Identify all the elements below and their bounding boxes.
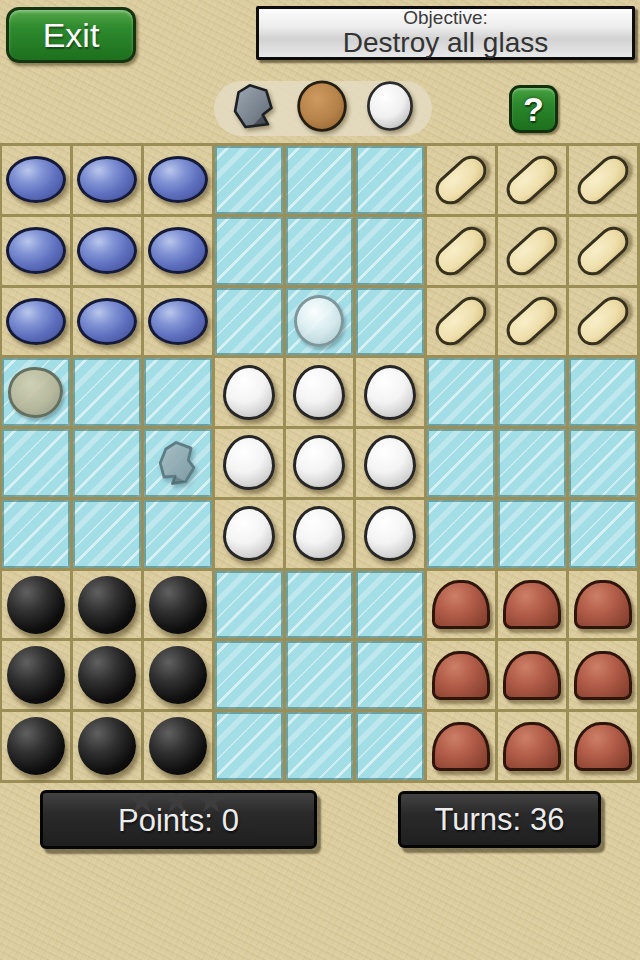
tan-bean-piece: [571, 149, 634, 210]
board-cell-r5c6[interactable]: [356, 429, 427, 500]
turns-label: Turns:: [434, 802, 521, 838]
white-egg-piece: [223, 435, 275, 490]
points-panel: ★★★ Points: 0: [40, 790, 317, 849]
board-cell-r6c2[interactable]: [73, 500, 144, 571]
tan-bean-piece: [501, 220, 564, 281]
objective-label: Objective:: [403, 8, 487, 28]
board-cell-r9c7[interactable]: [427, 712, 498, 783]
board-cell-r8c1[interactable]: [2, 641, 73, 712]
black-sphere-piece: [78, 646, 136, 704]
board-cell-r2c6[interactable]: [356, 217, 427, 288]
tray-white-egg-icon[interactable]: [363, 80, 417, 138]
glass-ball-piece: [294, 295, 344, 347]
board-cell-r5c1[interactable]: [2, 429, 73, 500]
board-cell-r7c2[interactable]: [73, 571, 144, 642]
board-cell-r8c7[interactable]: [427, 641, 498, 712]
board-cell-r1c4[interactable]: [215, 146, 286, 217]
tan-bean-piece: [430, 220, 493, 281]
board-cell-r2c8[interactable]: [498, 217, 569, 288]
board-cell-r2c5[interactable]: [286, 217, 357, 288]
white-egg-piece: [293, 435, 345, 490]
red-gumdrop-piece: [574, 651, 632, 700]
board-cell-r6c1[interactable]: [2, 500, 73, 571]
tan-bean-piece: [430, 149, 493, 210]
board-cell-r3c7[interactable]: [427, 288, 498, 359]
board-cell-r5c7[interactable]: [427, 429, 498, 500]
board-cell-r1c3[interactable]: [144, 146, 215, 217]
board-cell-r3c3[interactable]: [144, 288, 215, 359]
blue-oval-piece: [148, 298, 208, 345]
game-screen: { "game": "stone-and-glass tile matching…: [0, 0, 640, 960]
board-cell-r7c7[interactable]: [427, 571, 498, 642]
tan-bean-piece: [571, 220, 634, 281]
white-egg-piece: [364, 365, 416, 420]
board-cell-r2c9[interactable]: [569, 217, 640, 288]
white-egg-piece: [364, 506, 416, 561]
board-cell-r2c3[interactable]: [144, 217, 215, 288]
board-cell-r1c1[interactable]: [2, 146, 73, 217]
board-cell-r2c2[interactable]: [73, 217, 144, 288]
board-cell-r5c2[interactable]: [73, 429, 144, 500]
blue-oval-piece: [6, 227, 66, 274]
board-cell-r7c6[interactable]: [356, 571, 427, 642]
board-cell-r7c4[interactable]: [215, 571, 286, 642]
white-egg-piece: [364, 435, 416, 490]
black-sphere-piece: [149, 576, 207, 634]
board-cell-r8c8[interactable]: [498, 641, 569, 712]
gray-rock-piece: [150, 435, 206, 491]
board-cell-r9c5[interactable]: [286, 712, 357, 783]
board-cell-r9c9[interactable]: [569, 712, 640, 783]
board-cell-r4c2[interactable]: [73, 358, 144, 429]
board-cell-r7c1[interactable]: [2, 571, 73, 642]
objective-panel: Objective: Destroy all glass: [256, 6, 635, 60]
board: [0, 143, 640, 783]
board-cell-r9c2[interactable]: [73, 712, 144, 783]
tray-gray-rock-icon[interactable]: [229, 81, 281, 137]
board-cell-r9c6[interactable]: [356, 712, 427, 783]
board-cell-r6c6[interactable]: [356, 500, 427, 571]
board-cell-r6c9[interactable]: [569, 500, 640, 571]
board-cell-r9c3[interactable]: [144, 712, 215, 783]
turns-panel: Turns: 36: [398, 791, 601, 848]
tan-bean-piece: [430, 291, 493, 352]
tan-bean-piece: [501, 149, 564, 210]
board-cell-r8c5[interactable]: [286, 641, 357, 712]
board-cell-r5c3[interactable]: [144, 429, 215, 500]
board-cell-r9c4[interactable]: [215, 712, 286, 783]
board-cell-r7c8[interactable]: [498, 571, 569, 642]
board-cell-r3c9[interactable]: [569, 288, 640, 359]
board-cell-r5c8[interactable]: [498, 429, 569, 500]
red-gumdrop-piece: [432, 580, 490, 629]
red-gumdrop-piece: [574, 580, 632, 629]
white-egg-piece: [223, 365, 275, 420]
white-egg-piece: [293, 365, 345, 420]
board-cell-r8c9[interactable]: [569, 641, 640, 712]
board-cell-r3c1[interactable]: [2, 288, 73, 359]
board-cell-r4c7[interactable]: [427, 358, 498, 429]
black-sphere-piece: [149, 717, 207, 775]
blue-oval-piece: [77, 298, 137, 345]
board-cell-r6c8[interactable]: [498, 500, 569, 571]
board-cell-r5c5[interactable]: [286, 429, 357, 500]
help-button-label: ?: [523, 90, 544, 129]
red-gumdrop-piece: [503, 651, 561, 700]
blue-oval-piece: [77, 156, 137, 203]
exit-button[interactable]: Exit: [6, 7, 136, 63]
blue-oval-piece: [148, 156, 208, 203]
tray-brown-stone-icon[interactable]: [294, 79, 350, 139]
board-cell-r1c6[interactable]: [356, 146, 427, 217]
tan-bean-piece: [571, 291, 634, 352]
board-cell-r6c3[interactable]: [144, 500, 215, 571]
red-gumdrop-piece: [432, 722, 490, 771]
board-cell-r1c8[interactable]: [498, 146, 569, 217]
board-cell-r8c2[interactable]: [73, 641, 144, 712]
board-cell-r3c6[interactable]: [356, 288, 427, 359]
board-cell-r2c7[interactable]: [427, 217, 498, 288]
board-cell-r6c7[interactable]: [427, 500, 498, 571]
black-sphere-piece: [78, 717, 136, 775]
black-sphere-piece: [7, 717, 65, 775]
board-cell-r1c7[interactable]: [427, 146, 498, 217]
board-cell-r3c8[interactable]: [498, 288, 569, 359]
khaki-pebble-piece: [8, 367, 63, 418]
board-cell-r3c5[interactable]: [286, 288, 357, 359]
turns-value: 36: [530, 802, 564, 838]
help-button[interactable]: ?: [509, 85, 558, 133]
board-cell-r2c4[interactable]: [215, 217, 286, 288]
piece-tray: [214, 81, 432, 136]
tan-bean-piece: [501, 291, 564, 352]
board-cell-r8c4[interactable]: [215, 641, 286, 712]
black-sphere-piece: [149, 646, 207, 704]
board-cell-r2c1[interactable]: [2, 217, 73, 288]
board-cell-r6c4[interactable]: [215, 500, 286, 571]
black-sphere-piece: [7, 646, 65, 704]
stars-rating: ★★★: [43, 790, 314, 817]
board-cell-r9c1[interactable]: [2, 712, 73, 783]
board-cell-r4c5[interactable]: [286, 358, 357, 429]
red-gumdrop-piece: [503, 580, 561, 629]
board-cell-r6c5[interactable]: [286, 500, 357, 571]
board-cell-r4c6[interactable]: [356, 358, 427, 429]
board-cell-r3c4[interactable]: [215, 288, 286, 359]
board-cell-r8c3[interactable]: [144, 641, 215, 712]
board-cell-r4c9[interactable]: [569, 358, 640, 429]
red-gumdrop-piece: [503, 722, 561, 771]
red-gumdrop-piece: [432, 651, 490, 700]
blue-oval-piece: [77, 227, 137, 274]
blue-oval-piece: [6, 298, 66, 345]
board-cell-r7c9[interactable]: [569, 571, 640, 642]
objective-text: Destroy all glass: [343, 28, 548, 57]
black-sphere-piece: [7, 576, 65, 634]
red-gumdrop-piece: [574, 722, 632, 771]
white-egg-piece: [293, 506, 345, 561]
exit-button-label: Exit: [43, 16, 100, 55]
board-cell-r7c3[interactable]: [144, 571, 215, 642]
blue-oval-piece: [148, 227, 208, 274]
board-cell-r9c8[interactable]: [498, 712, 569, 783]
board-cell-r7c5[interactable]: [286, 571, 357, 642]
board-cell-r4c4[interactable]: [215, 358, 286, 429]
board-cell-r1c5[interactable]: [286, 146, 357, 217]
board-cell-r4c1[interactable]: [2, 358, 73, 429]
board-cell-r1c2[interactable]: [73, 146, 144, 217]
board-cell-r5c4[interactable]: [215, 429, 286, 500]
board-cell-r3c2[interactable]: [73, 288, 144, 359]
white-egg-piece: [223, 506, 275, 561]
board-cell-r4c8[interactable]: [498, 358, 569, 429]
board-cell-r8c6[interactable]: [356, 641, 427, 712]
black-sphere-piece: [78, 576, 136, 634]
board-cell-r1c9[interactable]: [569, 146, 640, 217]
blue-oval-piece: [6, 156, 66, 203]
board-cell-r5c9[interactable]: [569, 429, 640, 500]
board-cell-r4c3[interactable]: [144, 358, 215, 429]
